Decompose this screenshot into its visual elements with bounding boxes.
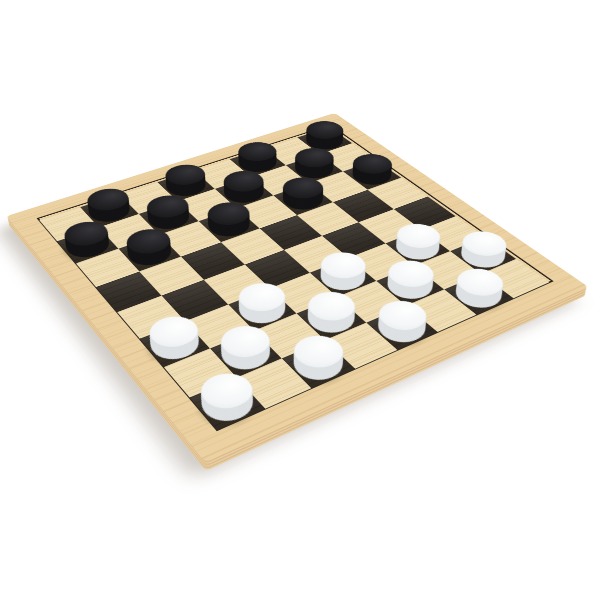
checkers-board: [6, 113, 588, 463]
board-border-line: [37, 124, 554, 431]
black-piece[interactable]: [276, 185, 330, 214]
white-piece[interactable]: [313, 260, 373, 295]
scene: [0, 0, 600, 600]
black-piece[interactable]: [121, 237, 177, 270]
dark-square[interactable]: [57, 227, 118, 263]
white-piece[interactable]: [193, 380, 261, 427]
white-piece[interactable]: [285, 342, 351, 385]
page: { "game": "checkers (draughts), 8x8 boar…: [0, 0, 600, 600]
board-perspective-wrapper: [6, 113, 588, 463]
white-piece[interactable]: [143, 323, 206, 364]
